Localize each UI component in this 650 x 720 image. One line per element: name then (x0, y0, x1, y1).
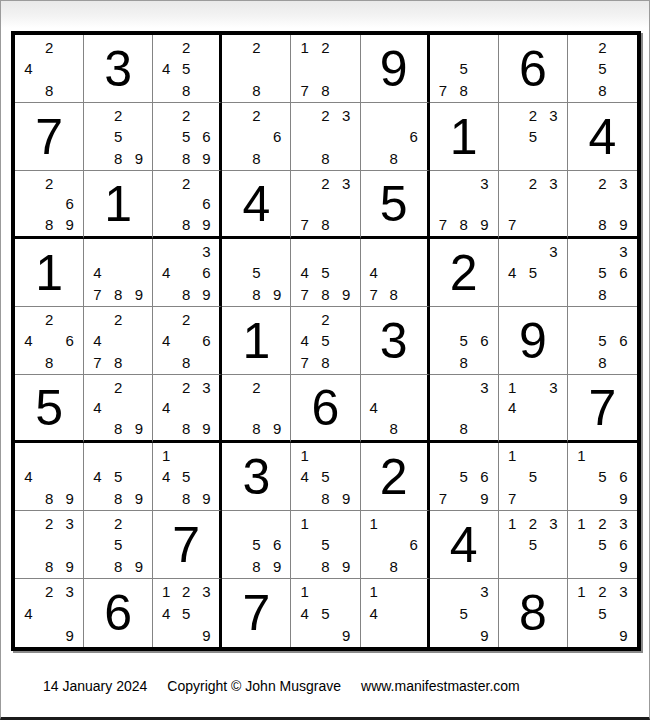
candidates: 2478 (84, 307, 152, 374)
candidate-digit: 6 (196, 126, 216, 147)
candidates: 134 (499, 375, 567, 440)
candidate-digit: 2 (176, 377, 196, 398)
candidate-digit: 5 (592, 603, 613, 625)
candidate-digit: 5 (176, 58, 196, 79)
candidate-digit: 7 (364, 284, 384, 305)
cell-r3c3[interactable]: 2689 (153, 171, 222, 239)
candidate-digit: 4 (364, 603, 384, 625)
cell-r9c6[interactable]: 14 (361, 579, 430, 647)
candidates: 38 (430, 375, 498, 440)
candidate-digit: 8 (176, 214, 196, 235)
cell-r2c8[interactable]: 235 (499, 103, 568, 171)
candidate-digit: 7 (294, 352, 315, 373)
candidate-digit: 2 (176, 173, 196, 194)
cell-r5c9[interactable]: 568 (568, 307, 637, 375)
solved-digit: 1 (84, 171, 152, 236)
cell-r6c3[interactable]: 23489 (153, 375, 222, 443)
candidate-digit: 2 (522, 105, 543, 126)
solved-digit: 7 (222, 579, 290, 647)
cell-r6c1[interactable]: 5 (15, 375, 84, 443)
candidate-digit: 4 (87, 398, 108, 419)
candidate-digit: 8 (315, 352, 336, 373)
candidates: 2378 (291, 171, 359, 236)
candidates: 2389 (15, 511, 83, 578)
cell-r5c7[interactable]: 568 (430, 307, 499, 375)
candidate-digit: 5 (522, 126, 543, 147)
candidate-digit: 8 (315, 556, 336, 577)
candidate-digit: 8 (108, 148, 129, 169)
candidates: 123459 (153, 579, 219, 647)
candidate-digit: 9 (196, 418, 216, 439)
candidate-digit: 5 (176, 603, 196, 625)
cell-r5c6[interactable]: 3 (361, 307, 430, 375)
candidate-digit: 4 (156, 330, 176, 351)
candidates: 14589 (153, 443, 219, 510)
solved-digit: 5 (361, 171, 427, 236)
candidate-digit: 8 (108, 352, 129, 373)
candidate-digit: 4 (18, 466, 39, 487)
cell-r3c1[interactable]: 2689 (15, 171, 84, 239)
sudoku-board: 2483245828127895786258725892568926823868… (11, 31, 641, 651)
candidate-digit: 6 (196, 330, 216, 351)
candidates: 1569 (568, 443, 637, 510)
cell-r4c8[interactable]: 345 (499, 239, 568, 307)
candidate-digit: 5 (315, 262, 336, 283)
candidate-digit: 2 (522, 173, 543, 194)
candidate-digit: 9 (336, 624, 357, 646)
candidate-digit: 5 (315, 330, 336, 351)
candidate-digit: 4 (294, 466, 315, 487)
cell-r1c7[interactable]: 578 (430, 35, 499, 103)
candidate-digit: 9 (336, 284, 357, 305)
candidate-digit: 1 (571, 513, 592, 534)
candidate-digit: 6 (196, 262, 216, 283)
cell-r8c3[interactable]: 7 (153, 511, 222, 579)
candidate-digit: 9 (196, 488, 216, 509)
candidate-digit: 9 (59, 488, 80, 509)
candidate-digit: 8 (315, 214, 336, 235)
candidate-digit: 9 (129, 418, 150, 439)
candidates: 2389 (568, 171, 637, 236)
candidate-digit: 4 (502, 398, 523, 419)
cell-r7c1[interactable]: 489 (15, 443, 84, 511)
candidate-digit: 8 (176, 148, 196, 169)
candidates: 45789 (291, 239, 359, 306)
candidate-digit: 8 (315, 488, 336, 509)
candidate-digit: 4 (18, 330, 39, 351)
solved-digit: 1 (15, 239, 83, 306)
candidates: 289 (222, 375, 290, 440)
cell-r2c6[interactable]: 68 (361, 103, 430, 171)
candidate-digit: 5 (315, 466, 336, 487)
solved-digit: 1 (430, 103, 498, 170)
candidate-digit: 7 (294, 214, 315, 235)
solved-digit: 6 (84, 579, 152, 647)
candidate-digit: 5 (315, 534, 336, 555)
cell-r2c7[interactable]: 1 (430, 103, 499, 171)
candidates: 2689 (153, 171, 219, 236)
candidate-digit: 1 (571, 581, 592, 603)
cell-r6c9[interactable]: 7 (568, 375, 637, 443)
candidates: 2589 (84, 511, 152, 578)
candidate-digit: 3 (613, 241, 634, 262)
solved-digit: 3 (84, 35, 152, 102)
cell-r8c7[interactable]: 4 (430, 511, 499, 579)
cell-r5c8[interactable]: 9 (499, 307, 568, 375)
candidate-digit: 3 (543, 377, 564, 398)
candidate-digit: 2 (246, 105, 267, 126)
candidates: 1589 (291, 511, 359, 578)
candidate-digit: 5 (522, 466, 543, 487)
candidate-digit: 6 (196, 194, 216, 215)
candidate-digit: 4 (294, 330, 315, 351)
cell-r7c8[interactable]: 157 (499, 443, 568, 511)
cell-r2c5[interactable]: 238 (291, 103, 360, 171)
candidate-digit: 1 (156, 445, 176, 466)
candidates: 4789 (84, 239, 152, 306)
candidate-digit: 8 (108, 488, 129, 509)
candidate-digit: 8 (384, 284, 404, 305)
candidate-digit: 5 (522, 262, 543, 283)
candidates: 14589 (291, 443, 359, 510)
candidate-digit: 4 (87, 330, 108, 351)
candidates: 1459 (291, 579, 359, 647)
candidate-digit: 2 (176, 37, 196, 58)
cell-r7c6[interactable]: 2 (361, 443, 430, 511)
cell-r7c4[interactable]: 3 (222, 443, 291, 511)
candidate-digit: 8 (453, 352, 474, 373)
candidate-digit: 8 (384, 418, 404, 439)
candidates: 345 (499, 239, 567, 306)
solved-digit: 9 (499, 307, 567, 374)
cell-r4c3[interactable]: 34689 (153, 239, 222, 307)
footer-date: 14 January 2024 (43, 678, 147, 694)
page-header-strip (1, 1, 649, 28)
candidate-digit: 3 (196, 581, 216, 603)
cell-r4c1[interactable]: 1 (15, 239, 84, 307)
candidate-digit: 2 (246, 377, 267, 398)
candidate-digit: 2 (176, 105, 196, 126)
candidates: 489 (15, 443, 83, 510)
candidate-digit: 4 (156, 603, 176, 625)
candidate-digit: 9 (196, 284, 216, 305)
cell-r7c7[interactable]: 5679 (430, 443, 499, 511)
cell-r6c5[interactable]: 6 (291, 375, 360, 443)
cell-r3c2[interactable]: 1 (84, 171, 153, 239)
candidate-digit: 8 (384, 556, 404, 577)
candidate-digit: 1 (502, 377, 523, 398)
candidate-digit: 8 (246, 80, 267, 101)
candidate-digit: 8 (315, 284, 336, 305)
cell-r2c4[interactable]: 268 (222, 103, 291, 171)
candidate-digit: 2 (39, 513, 60, 534)
candidate-digit: 1 (294, 445, 315, 466)
candidates: 48 (361, 375, 427, 440)
candidate-digit: 8 (39, 214, 60, 235)
cell-r4c9[interactable]: 3568 (568, 239, 637, 307)
candidate-digit: 8 (592, 352, 613, 373)
cell-r6c2[interactable]: 2489 (84, 375, 153, 443)
candidates: 478 (361, 239, 427, 306)
cell-r3c5[interactable]: 2378 (291, 171, 360, 239)
candidate-digit: 2 (39, 37, 60, 58)
candidates: 5679 (430, 443, 498, 510)
candidate-digit: 5 (108, 466, 129, 487)
candidates: 2468 (153, 307, 219, 374)
candidates: 568 (430, 307, 498, 374)
cell-r2c3[interactable]: 25689 (153, 103, 222, 171)
cell-r2c9[interactable]: 4 (568, 103, 637, 171)
candidate-digit: 8 (453, 214, 474, 235)
candidate-digit: 2 (592, 581, 613, 603)
candidate-digit: 5 (246, 534, 267, 555)
candidate-digit: 6 (474, 466, 495, 487)
cell-r9c3[interactable]: 123459 (153, 579, 222, 647)
candidate-digit: 7 (433, 80, 454, 101)
candidate-digit: 8 (246, 148, 267, 169)
candidate-digit: 6 (59, 194, 80, 215)
cell-r8c1[interactable]: 2389 (15, 511, 84, 579)
candidate-digit: 3 (613, 581, 634, 603)
candidate-digit: 3 (196, 241, 216, 262)
candidate-digit: 2 (246, 37, 267, 58)
candidate-digit: 2 (592, 513, 613, 534)
footer-website: www.manifestmaster.com (361, 678, 520, 694)
candidate-digit: 3 (336, 173, 357, 194)
candidate-digit: 3 (59, 513, 80, 534)
cell-r3c4[interactable]: 4 (222, 171, 291, 239)
candidate-digit: 5 (592, 466, 613, 487)
candidate-digit: 2 (315, 37, 336, 58)
candidate-digit: 4 (156, 466, 176, 487)
cell-r4c4[interactable]: 589 (222, 239, 291, 307)
cell-r4c2[interactable]: 4789 (84, 239, 153, 307)
candidates: 25689 (153, 103, 219, 170)
candidate-digit: 7 (433, 214, 454, 235)
candidate-digit: 6 (613, 466, 634, 487)
cell-r7c3[interactable]: 14589 (153, 443, 222, 511)
candidates: 258 (568, 35, 637, 102)
cell-r5c4[interactable]: 1 (222, 307, 291, 375)
candidate-digit: 8 (453, 80, 474, 101)
cell-r2c1[interactable]: 7 (15, 103, 84, 171)
candidate-digit: 3 (613, 513, 634, 534)
cell-r9c7[interactable]: 359 (430, 579, 499, 647)
cell-r6c6[interactable]: 48 (361, 375, 430, 443)
candidate-digit: 9 (196, 214, 216, 235)
cell-r6c4[interactable]: 289 (222, 375, 291, 443)
cell-r4c6[interactable]: 478 (361, 239, 430, 307)
candidate-digit: 4 (156, 398, 176, 419)
candidate-digit: 8 (315, 148, 336, 169)
candidates: 14 (361, 579, 427, 647)
candidate-digit: 1 (156, 581, 176, 603)
puzzle-page: 2483245828127895786258725892568926823868… (0, 0, 650, 720)
candidate-digit: 7 (433, 488, 454, 509)
candidate-digit: 7 (294, 284, 315, 305)
candidate-digit: 3 (543, 105, 564, 126)
candidate-digit: 2 (315, 105, 336, 126)
candidate-digit: 9 (474, 214, 495, 235)
cell-r8c5[interactable]: 1589 (291, 511, 360, 579)
candidate-digit: 2 (108, 513, 129, 534)
cell-r6c7[interactable]: 38 (430, 375, 499, 443)
candidate-digit: 6 (613, 534, 634, 555)
candidate-digit: 7 (87, 352, 108, 373)
candidate-digit: 3 (543, 173, 564, 194)
candidate-digit: 6 (59, 330, 80, 351)
candidates: 28 (222, 35, 290, 102)
candidate-digit: 9 (336, 488, 357, 509)
candidate-digit: 2 (108, 309, 129, 330)
solved-digit: 3 (361, 307, 427, 374)
cell-r8c2[interactable]: 2589 (84, 511, 153, 579)
solved-digit: 2 (361, 443, 427, 510)
cell-r7c9[interactable]: 1569 (568, 443, 637, 511)
candidates: 235 (499, 103, 567, 170)
candidate-digit: 4 (87, 262, 108, 283)
candidates: 2589 (84, 103, 152, 170)
candidate-digit: 2 (39, 173, 60, 194)
candidate-digit: 2 (176, 581, 196, 603)
solved-digit: 6 (499, 35, 567, 102)
candidate-digit: 8 (176, 418, 196, 439)
candidates: 2489 (84, 375, 152, 440)
cell-r9c1[interactable]: 2349 (15, 579, 84, 647)
candidate-digit: 6 (613, 330, 634, 351)
cell-r4c7[interactable]: 2 (430, 239, 499, 307)
candidate-digit: 5 (453, 58, 474, 79)
cell-r9c4[interactable]: 7 (222, 579, 291, 647)
candidate-digit: 9 (59, 556, 80, 577)
solved-digit: 9 (361, 35, 427, 102)
candidate-digit: 2 (315, 173, 336, 194)
candidate-digit: 8 (176, 352, 196, 373)
candidate-digit: 5 (592, 58, 613, 79)
cell-r8c4[interactable]: 5689 (222, 511, 291, 579)
candidate-digit: 9 (196, 624, 216, 646)
candidate-digit: 3 (474, 173, 495, 194)
candidate-digit: 1 (364, 513, 384, 534)
cell-r1c9[interactable]: 258 (568, 35, 637, 103)
cell-r1c5[interactable]: 1278 (291, 35, 360, 103)
candidate-digit: 3 (474, 581, 495, 603)
cell-r5c1[interactable]: 2468 (15, 307, 84, 375)
candidate-digit: 4 (294, 603, 315, 625)
cell-r9c2[interactable]: 6 (84, 579, 153, 647)
candidate-digit: 9 (474, 488, 495, 509)
candidate-digit: 6 (404, 534, 424, 555)
candidates: 248 (15, 35, 83, 102)
solved-digit: 6 (291, 375, 359, 440)
candidate-digit: 4 (156, 262, 176, 283)
candidate-digit: 5 (453, 603, 474, 625)
candidate-digit: 9 (267, 284, 288, 305)
candidate-digit: 3 (59, 581, 80, 603)
cell-r7c5[interactable]: 14589 (291, 443, 360, 511)
candidate-digit: 1 (502, 513, 523, 534)
candidate-digit: 7 (294, 80, 315, 101)
candidate-digit: 9 (129, 284, 150, 305)
cell-r8c9[interactable]: 123569 (568, 511, 637, 579)
candidate-digit: 1 (294, 581, 315, 603)
cell-r3c8[interactable]: 237 (499, 171, 568, 239)
candidate-digit: 5 (315, 603, 336, 625)
cell-r4c5[interactable]: 45789 (291, 239, 360, 307)
cell-r3c7[interactable]: 3789 (430, 171, 499, 239)
cell-r7c2[interactable]: 4589 (84, 443, 153, 511)
candidate-digit: 9 (59, 624, 80, 646)
candidates: 568 (568, 307, 637, 374)
cell-r8c6[interactable]: 168 (361, 511, 430, 579)
cell-r1c8[interactable]: 6 (499, 35, 568, 103)
candidate-digit: 5 (592, 262, 613, 283)
cell-r5c2[interactable]: 2478 (84, 307, 153, 375)
cell-r9c5[interactable]: 1459 (291, 579, 360, 647)
candidate-digit: 9 (474, 624, 495, 646)
cell-r6c8[interactable]: 134 (499, 375, 568, 443)
candidate-digit: 8 (246, 284, 267, 305)
cell-r5c5[interactable]: 24578 (291, 307, 360, 375)
candidates: 12359 (568, 579, 637, 647)
cell-r5c3[interactable]: 2468 (153, 307, 222, 375)
cell-r1c2[interactable]: 3 (84, 35, 153, 103)
candidate-digit: 4 (18, 603, 39, 625)
candidate-digit: 4 (18, 58, 39, 79)
candidate-digit: 6 (613, 262, 634, 283)
candidate-digit: 4 (294, 262, 315, 283)
candidate-digit: 7 (502, 214, 523, 235)
cell-r9c8[interactable]: 8 (499, 579, 568, 647)
cell-r9c9[interactable]: 12359 (568, 579, 637, 647)
cell-r2c2[interactable]: 2589 (84, 103, 153, 171)
candidate-digit: 9 (267, 556, 288, 577)
candidate-digit: 9 (613, 624, 634, 646)
candidate-digit: 8 (592, 80, 613, 101)
footer: 14 January 2024 Copyright © John Musgrav… (43, 678, 520, 694)
cell-r1c6[interactable]: 9 (361, 35, 430, 103)
candidate-digit: 8 (453, 418, 474, 439)
cell-r3c6[interactable]: 5 (361, 171, 430, 239)
candidate-digit: 2 (522, 513, 543, 534)
cell-r3c9[interactable]: 2389 (568, 171, 637, 239)
candidate-digit: 6 (474, 330, 495, 351)
cell-r1c1[interactable]: 248 (15, 35, 84, 103)
candidates: 238 (291, 103, 359, 170)
candidate-digit: 4 (156, 58, 176, 79)
candidate-digit: 2 (592, 173, 613, 194)
solved-digit: 8 (499, 579, 567, 647)
solved-digit: 4 (430, 511, 498, 578)
candidates: 2349 (15, 579, 83, 647)
candidates: 1278 (291, 35, 359, 102)
cell-r1c4[interactable]: 28 (222, 35, 291, 103)
candidate-digit: 8 (108, 284, 129, 305)
candidate-digit: 1 (364, 581, 384, 603)
candidate-digit: 5 (592, 534, 613, 555)
candidate-digit: 1 (294, 513, 315, 534)
solved-digit: 4 (568, 103, 637, 170)
candidate-digit: 9 (129, 556, 150, 577)
cell-r8c8[interactable]: 1235 (499, 511, 568, 579)
candidates: 23489 (153, 375, 219, 440)
candidate-digit: 2 (108, 105, 129, 126)
candidate-digit: 8 (176, 488, 196, 509)
candidates: 34689 (153, 239, 219, 306)
candidate-digit: 5 (246, 262, 267, 283)
cell-r1c3[interactable]: 2458 (153, 35, 222, 103)
candidates: 237 (499, 171, 567, 236)
